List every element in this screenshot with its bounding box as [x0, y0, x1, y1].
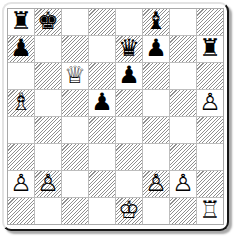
black-bishop-f8: ♝	[145, 9, 167, 33]
square-d3[interactable]	[89, 144, 115, 170]
black-pawn-a7: ♟	[10, 36, 32, 60]
square-h7[interactable]: ♜	[197, 36, 223, 62]
square-h1[interactable]: ♖	[197, 198, 223, 224]
black-queen-e7: ♛	[118, 36, 140, 60]
square-f3[interactable]	[143, 144, 169, 170]
white-pawn-h5: ♙	[199, 90, 221, 114]
square-b8[interactable]: ♚	[35, 9, 61, 35]
square-a4[interactable]	[8, 117, 34, 143]
square-e3[interactable]	[116, 144, 142, 170]
square-b6[interactable]	[35, 63, 61, 89]
square-a8[interactable]: ♜	[8, 9, 34, 35]
square-g8[interactable]	[170, 9, 196, 35]
square-e1[interactable]: ♔	[116, 198, 142, 224]
square-f5[interactable]	[143, 90, 169, 116]
square-c1[interactable]	[62, 198, 88, 224]
square-h2[interactable]	[197, 171, 223, 197]
square-a3[interactable]	[8, 144, 34, 170]
square-g1[interactable]	[170, 198, 196, 224]
black-pawn-e6: ♟	[118, 63, 140, 87]
square-g7[interactable]	[170, 36, 196, 62]
square-e4[interactable]	[116, 117, 142, 143]
square-f4[interactable]	[143, 117, 169, 143]
square-h4[interactable]	[197, 117, 223, 143]
square-c8[interactable]	[62, 9, 88, 35]
square-b1[interactable]	[35, 198, 61, 224]
square-c3[interactable]	[62, 144, 88, 170]
square-b4[interactable]	[35, 117, 61, 143]
square-e7[interactable]: ♛	[116, 36, 142, 62]
white-pawn-f2: ♙	[145, 171, 167, 195]
square-d7[interactable]	[89, 36, 115, 62]
square-f1[interactable]	[143, 198, 169, 224]
black-rook-a8: ♜	[10, 9, 32, 33]
square-d6[interactable]	[89, 63, 115, 89]
diagram-card: ♜♚♝♟♛♟♜♕♟♗♟♙♙♙♙♙♔♖	[2, 2, 229, 231]
square-e5[interactable]	[116, 90, 142, 116]
white-pawn-g2: ♙	[172, 171, 194, 195]
square-f6[interactable]	[143, 63, 169, 89]
square-e2[interactable]	[116, 171, 142, 197]
square-h3[interactable]	[197, 144, 223, 170]
white-pawn-b2: ♙	[37, 171, 59, 195]
square-b3[interactable]	[35, 144, 61, 170]
square-e8[interactable]	[116, 9, 142, 35]
square-b7[interactable]	[35, 36, 61, 62]
black-rook-h7: ♜	[199, 36, 221, 60]
square-a1[interactable]	[8, 198, 34, 224]
square-a2[interactable]: ♙	[8, 171, 34, 197]
black-pawn-d5: ♟	[91, 90, 113, 114]
square-d4[interactable]	[89, 117, 115, 143]
square-c6[interactable]: ♕	[62, 63, 88, 89]
white-pawn-a2: ♙	[10, 171, 32, 195]
square-d8[interactable]	[89, 9, 115, 35]
black-king-b8: ♚	[37, 9, 59, 33]
square-e6[interactable]: ♟	[116, 63, 142, 89]
square-d1[interactable]	[89, 198, 115, 224]
square-b2[interactable]: ♙	[35, 171, 61, 197]
white-rook-h1: ♖	[199, 198, 221, 222]
square-a7[interactable]: ♟	[8, 36, 34, 62]
white-queen-c6: ♕	[64, 63, 86, 87]
square-g6[interactable]	[170, 63, 196, 89]
square-d5[interactable]: ♟	[89, 90, 115, 116]
square-c7[interactable]	[62, 36, 88, 62]
square-b5[interactable]	[35, 90, 61, 116]
square-a6[interactable]	[8, 63, 34, 89]
square-f8[interactable]: ♝	[143, 9, 169, 35]
square-h6[interactable]	[197, 63, 223, 89]
square-g5[interactable]	[170, 90, 196, 116]
square-g3[interactable]	[170, 144, 196, 170]
square-c5[interactable]	[62, 90, 88, 116]
square-f7[interactable]: ♟	[143, 36, 169, 62]
white-bishop-a5: ♗	[10, 90, 32, 114]
square-d2[interactable]	[89, 171, 115, 197]
chess-board: ♜♚♝♟♛♟♜♕♟♗♟♙♙♙♙♙♔♖	[7, 8, 224, 225]
square-c4[interactable]	[62, 117, 88, 143]
square-g4[interactable]	[170, 117, 196, 143]
square-h5[interactable]: ♙	[197, 90, 223, 116]
white-king-e1: ♔	[118, 198, 140, 222]
square-c2[interactable]	[62, 171, 88, 197]
black-pawn-f7: ♟	[145, 36, 167, 60]
square-h8[interactable]	[197, 9, 223, 35]
square-a5[interactable]: ♗	[8, 90, 34, 116]
square-f2[interactable]: ♙	[143, 171, 169, 197]
square-g2[interactable]: ♙	[170, 171, 196, 197]
